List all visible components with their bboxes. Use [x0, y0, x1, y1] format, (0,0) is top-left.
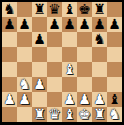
square-a7[interactable]: ♟ — [2, 17, 17, 32]
square-g7[interactable]: ♟ — [92, 17, 107, 32]
square-g2[interactable]: ♟ — [92, 92, 107, 107]
white-bishop[interactable]: ♝ — [63, 62, 76, 77]
square-c1[interactable]: ♜ — [32, 107, 47, 122]
square-a8[interactable]: ♞ — [2, 2, 17, 17]
black-pawn[interactable]: ♟ — [3, 17, 16, 32]
black-pawn[interactable]: ♟ — [108, 17, 121, 32]
square-e5[interactable] — [62, 47, 77, 62]
white-pawn[interactable]: ♟ — [33, 77, 46, 92]
square-c6[interactable]: ♟ — [32, 32, 47, 47]
white-rook[interactable]: ♜ — [33, 107, 46, 122]
square-b5[interactable] — [17, 47, 32, 62]
square-a3[interactable] — [2, 77, 17, 92]
square-f7[interactable]: ♟ — [77, 17, 92, 32]
square-b1[interactable] — [17, 107, 32, 122]
black-knight[interactable]: ♞ — [3, 2, 16, 17]
black-rook[interactable]: ♜ — [93, 2, 106, 17]
white-knight[interactable]: ♞ — [108, 107, 121, 122]
square-d8[interactable]: ♛ — [47, 2, 62, 17]
square-e8[interactable]: ♝ — [62, 2, 77, 17]
square-e1[interactable]: ♝ — [62, 107, 77, 122]
square-d2[interactable] — [47, 92, 62, 107]
square-f4[interactable] — [77, 62, 92, 77]
square-h1[interactable]: ♞ — [107, 107, 122, 122]
black-pawn[interactable]: ♟ — [63, 17, 76, 32]
square-b6[interactable] — [17, 32, 32, 47]
square-a4[interactable] — [2, 62, 17, 77]
square-f2[interactable]: ♟ — [77, 92, 92, 107]
square-h2[interactable]: ♝ — [107, 92, 122, 107]
black-rook[interactable]: ♜ — [33, 2, 46, 17]
square-e3[interactable] — [62, 77, 77, 92]
white-bishop[interactable]: ♝ — [63, 107, 76, 122]
white-pawn[interactable]: ♟ — [93, 92, 106, 107]
square-a5[interactable] — [2, 47, 17, 62]
white-knight[interactable]: ♞ — [18, 77, 31, 92]
square-c2[interactable] — [32, 92, 47, 107]
square-b8[interactable] — [17, 2, 32, 17]
square-g6[interactable]: ♞ — [92, 32, 107, 47]
black-pawn[interactable]: ♟ — [93, 17, 106, 32]
white-pawn[interactable]: ♟ — [78, 92, 91, 107]
square-g5[interactable] — [92, 47, 107, 62]
square-b4[interactable] — [17, 62, 32, 77]
square-h7[interactable]: ♟ — [107, 17, 122, 32]
white-pawn[interactable]: ♟ — [18, 92, 31, 107]
black-pawn[interactable]: ♟ — [48, 17, 61, 32]
square-h5[interactable] — [107, 47, 122, 62]
square-e4[interactable]: ♝ — [62, 62, 77, 77]
white-queen[interactable]: ♛ — [48, 107, 61, 122]
square-d7[interactable]: ♟ — [47, 17, 62, 32]
black-queen[interactable]: ♛ — [48, 2, 61, 17]
square-f8[interactable]: ♚ — [77, 2, 92, 17]
square-g3[interactable] — [92, 77, 107, 92]
square-d1[interactable]: ♛ — [47, 107, 62, 122]
square-f5[interactable] — [77, 47, 92, 62]
square-a2[interactable]: ♟ — [2, 92, 17, 107]
black-pawn[interactable]: ♟ — [78, 17, 91, 32]
white-king[interactable]: ♚ — [78, 107, 91, 122]
square-g4[interactable] — [92, 62, 107, 77]
square-b2[interactable]: ♟ — [17, 92, 32, 107]
black-pawn[interactable]: ♟ — [33, 32, 46, 47]
square-g1[interactable]: ♜ — [92, 107, 107, 122]
square-c5[interactable] — [32, 47, 47, 62]
white-rook[interactable]: ♜ — [93, 107, 106, 122]
square-c7[interactable] — [32, 17, 47, 32]
chess-diagram: ♞♜♛♝♚♜♟♟♟♟♟♟♟♟♞♝♞♟♟♟♟♟♟♝♜♛♝♚♜♞ — [0, 0, 124, 125]
square-c3[interactable]: ♟ — [32, 77, 47, 92]
square-d4[interactable] — [47, 62, 62, 77]
square-e7[interactable]: ♟ — [62, 17, 77, 32]
square-b3[interactable]: ♞ — [17, 77, 32, 92]
square-h6[interactable] — [107, 32, 122, 47]
square-h3[interactable] — [107, 77, 122, 92]
black-bishop[interactable]: ♝ — [108, 92, 121, 107]
square-h4[interactable] — [107, 62, 122, 77]
square-b7[interactable]: ♟ — [17, 17, 32, 32]
black-king[interactable]: ♚ — [78, 2, 91, 17]
square-c4[interactable] — [32, 62, 47, 77]
square-c8[interactable]: ♜ — [32, 2, 47, 17]
white-pawn[interactable]: ♟ — [63, 92, 76, 107]
square-d3[interactable] — [47, 77, 62, 92]
square-a1[interactable] — [2, 107, 17, 122]
square-a6[interactable] — [2, 32, 17, 47]
black-bishop[interactable]: ♝ — [63, 2, 76, 17]
square-g8[interactable]: ♜ — [92, 2, 107, 17]
square-f3[interactable] — [77, 77, 92, 92]
square-d5[interactable] — [47, 47, 62, 62]
black-knight[interactable]: ♞ — [93, 32, 106, 47]
white-pawn[interactable]: ♟ — [3, 92, 16, 107]
black-pawn[interactable]: ♟ — [18, 17, 31, 32]
square-f6[interactable] — [77, 32, 92, 47]
square-d6[interactable] — [47, 32, 62, 47]
square-f1[interactable]: ♚ — [77, 107, 92, 122]
square-e6[interactable] — [62, 32, 77, 47]
chess-board: ♞♜♛♝♚♜♟♟♟♟♟♟♟♟♞♝♞♟♟♟♟♟♟♝♜♛♝♚♜♞ — [2, 2, 122, 122]
square-e2[interactable]: ♟ — [62, 92, 77, 107]
square-h8[interactable] — [107, 2, 122, 17]
